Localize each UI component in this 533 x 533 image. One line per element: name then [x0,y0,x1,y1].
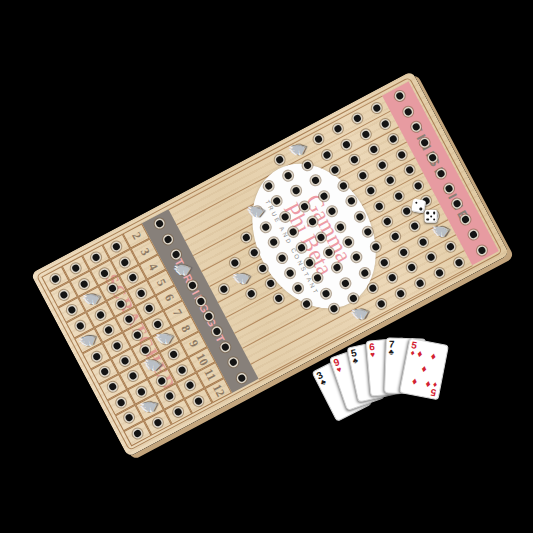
lane-number: 7 [169,307,185,319]
die-pip [433,212,436,215]
lane-number: 9 [186,338,202,350]
card-pip: ♦ [421,364,428,375]
photo-stage: SCRATCHED STARTING GATE FINISH LINE Gamm… [0,0,533,533]
die-pip [419,208,422,211]
card-index: 7♣ [388,339,394,356]
card-index: 3♣ [315,370,328,388]
lane-number: 5 [153,276,169,288]
card-pip: ♦ [417,349,424,360]
card-index: 9♥ [332,357,343,375]
card-fan: 3♣9♥5♣6♥7♣5♦5♦♦♦♦♦♦ [322,338,492,463]
die-pip [426,218,429,221]
lane-number: 2 [128,230,144,242]
lane-number: 3 [136,245,152,257]
card-pip: ♦ [411,376,418,387]
die-pip [430,215,433,218]
lane-number: 4 [145,261,161,273]
card-index: 5♣ [350,348,359,366]
card-pip: ♦ [430,351,437,362]
lane-number: 6 [161,292,177,304]
die-pip [433,218,436,221]
card-index: 6♥ [369,342,376,359]
die-pip [415,201,418,204]
card-index: 5♦ [430,380,439,398]
die-showing-5[interactable] [424,210,437,223]
lane-number: 12 [209,382,228,400]
die-pip [426,212,429,215]
lane-number: 8 [177,323,193,335]
